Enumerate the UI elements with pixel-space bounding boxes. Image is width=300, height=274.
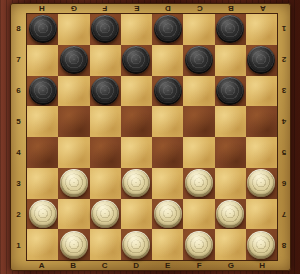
square-e5[interactable]	[152, 106, 183, 137]
square-c3[interactable]	[90, 168, 121, 199]
coordinate-label: A	[247, 4, 279, 13]
square-c2[interactable]	[90, 199, 121, 230]
white-piece-d3[interactable]	[122, 169, 150, 197]
square-a4[interactable]	[27, 137, 58, 168]
square-f4[interactable]	[183, 137, 214, 168]
square-e3[interactable]	[152, 168, 183, 199]
square-b4[interactable]	[58, 137, 89, 168]
rank-labels-left: 87654321	[11, 13, 26, 261]
black-piece-b7[interactable]	[60, 46, 88, 74]
coordinate-label: H	[247, 261, 279, 270]
white-piece-h1[interactable]	[247, 231, 275, 259]
square-a3[interactable]	[27, 168, 58, 199]
coordinate-label: D	[121, 261, 153, 270]
square-f1[interactable]	[183, 229, 214, 260]
coordinate-label: E	[152, 261, 184, 270]
square-d3[interactable]	[121, 168, 152, 199]
square-b6[interactable]	[58, 76, 89, 107]
square-b8[interactable]	[58, 14, 89, 45]
square-e1[interactable]	[152, 229, 183, 260]
coordinate-label: 3	[278, 75, 290, 106]
square-b5[interactable]	[58, 106, 89, 137]
square-c1[interactable]	[90, 229, 121, 260]
coordinate-label: 6	[11, 75, 26, 106]
coordinate-label: 6	[278, 168, 290, 199]
square-g1[interactable]	[215, 229, 246, 260]
white-piece-b3[interactable]	[60, 169, 88, 197]
coordinate-label: B	[215, 4, 247, 13]
square-e7[interactable]	[152, 45, 183, 76]
white-piece-e2[interactable]	[154, 200, 182, 228]
black-piece-e8[interactable]	[154, 15, 182, 43]
white-piece-c2[interactable]	[91, 200, 119, 228]
black-piece-f7[interactable]	[185, 46, 213, 74]
square-g7[interactable]	[215, 45, 246, 76]
coordinate-label: C	[184, 4, 216, 13]
white-piece-d1[interactable]	[122, 231, 150, 259]
square-e4[interactable]	[152, 137, 183, 168]
square-a2[interactable]	[27, 199, 58, 230]
black-piece-d7[interactable]	[122, 46, 150, 74]
square-c4[interactable]	[90, 137, 121, 168]
square-f5[interactable]	[183, 106, 214, 137]
white-piece-h3[interactable]	[247, 169, 275, 197]
square-b7[interactable]	[58, 45, 89, 76]
square-g8[interactable]	[215, 14, 246, 45]
coordinate-label: B	[58, 261, 90, 270]
square-e8[interactable]	[152, 14, 183, 45]
black-piece-a6[interactable]	[29, 77, 57, 105]
square-g3[interactable]	[215, 168, 246, 199]
square-d4[interactable]	[121, 137, 152, 168]
square-d6[interactable]	[121, 76, 152, 107]
square-d7[interactable]	[121, 45, 152, 76]
square-g5[interactable]	[215, 106, 246, 137]
coordinate-label: 5	[11, 106, 26, 137]
coordinate-label: 1	[278, 13, 290, 44]
square-a8[interactable]	[27, 14, 58, 45]
coordinate-label: 8	[11, 13, 26, 44]
checkers-board: HGFEDCBA ABCDEFGH 87654321 12345678	[10, 3, 291, 271]
black-piece-h7[interactable]	[247, 46, 275, 74]
coordinate-label: F	[89, 4, 121, 13]
square-h4[interactable]	[246, 137, 277, 168]
square-f2[interactable]	[183, 199, 214, 230]
square-g6[interactable]	[215, 76, 246, 107]
square-c7[interactable]	[90, 45, 121, 76]
square-h2[interactable]	[246, 199, 277, 230]
square-d2[interactable]	[121, 199, 152, 230]
square-e6[interactable]	[152, 76, 183, 107]
square-c6[interactable]	[90, 76, 121, 107]
coordinate-label: F	[184, 261, 216, 270]
coordinate-label: 7	[278, 199, 290, 230]
square-d1[interactable]	[121, 229, 152, 260]
square-h5[interactable]	[246, 106, 277, 137]
square-c5[interactable]	[90, 106, 121, 137]
black-piece-g8[interactable]	[216, 15, 244, 43]
black-piece-g6[interactable]	[216, 77, 244, 105]
white-piece-g2[interactable]	[216, 200, 244, 228]
square-h3[interactable]	[246, 168, 277, 199]
coordinate-label: E	[121, 4, 153, 13]
square-a7[interactable]	[27, 45, 58, 76]
square-f7[interactable]	[183, 45, 214, 76]
square-h8[interactable]	[246, 14, 277, 45]
square-f6[interactable]	[183, 76, 214, 107]
coordinate-label: D	[152, 4, 184, 13]
white-piece-a2[interactable]	[29, 200, 57, 228]
coordinate-label: A	[26, 261, 58, 270]
coordinate-label: G	[215, 261, 247, 270]
coordinate-label: 7	[11, 44, 26, 75]
black-piece-e6[interactable]	[154, 77, 182, 105]
white-piece-f1[interactable]	[185, 231, 213, 259]
square-a5[interactable]	[27, 106, 58, 137]
coordinate-label: 4	[278, 106, 290, 137]
coordinate-label: 3	[11, 168, 26, 199]
checkers-game-screen: HGFEDCBA ABCDEFGH 87654321 12345678	[0, 0, 300, 274]
coordinate-label: 1	[11, 230, 26, 261]
coordinate-label: 2	[278, 44, 290, 75]
square-d8[interactable]	[121, 14, 152, 45]
square-d5[interactable]	[121, 106, 152, 137]
square-h6[interactable]	[246, 76, 277, 107]
white-piece-f3[interactable]	[185, 169, 213, 197]
board-grid	[26, 13, 278, 261]
coordinate-label: 8	[278, 230, 290, 261]
black-piece-c6[interactable]	[91, 77, 119, 105]
square-g2[interactable]	[215, 199, 246, 230]
square-f8[interactable]	[183, 14, 214, 45]
coordinate-label: 4	[11, 137, 26, 168]
rank-labels-right: 12345678	[278, 13, 290, 261]
square-c8[interactable]	[90, 14, 121, 45]
file-labels-bottom: ABCDEFGH	[26, 261, 278, 270]
white-piece-b1[interactable]	[60, 231, 88, 259]
square-b1[interactable]	[58, 229, 89, 260]
square-e2[interactable]	[152, 199, 183, 230]
square-f3[interactable]	[183, 168, 214, 199]
coordinate-label: H	[26, 4, 58, 13]
square-a6[interactable]	[27, 76, 58, 107]
square-b3[interactable]	[58, 168, 89, 199]
black-piece-a8[interactable]	[29, 15, 57, 43]
square-g4[interactable]	[215, 137, 246, 168]
square-b2[interactable]	[58, 199, 89, 230]
coordinate-label: C	[89, 261, 121, 270]
coordinate-label: 5	[278, 137, 290, 168]
file-labels-top: HGFEDCBA	[26, 4, 278, 13]
square-a1[interactable]	[27, 229, 58, 260]
coordinate-label: 2	[11, 199, 26, 230]
square-h1[interactable]	[246, 229, 277, 260]
square-h7[interactable]	[246, 45, 277, 76]
coordinate-label: G	[58, 4, 90, 13]
black-piece-c8[interactable]	[91, 15, 119, 43]
